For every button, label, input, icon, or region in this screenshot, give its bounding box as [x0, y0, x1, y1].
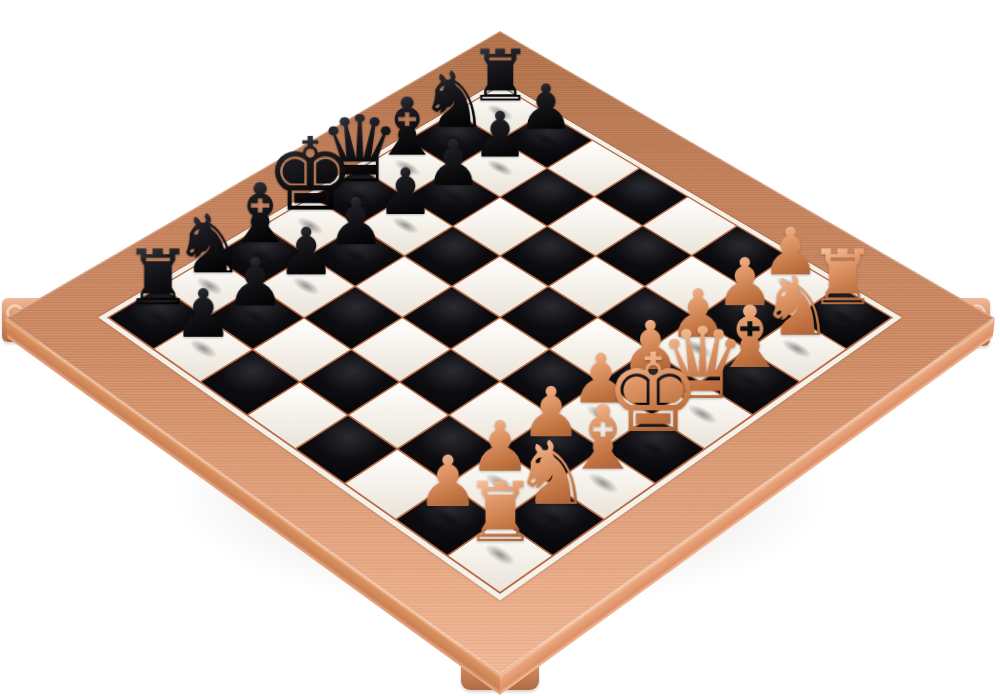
white-rook-glyph: ♜ [435, 472, 565, 554]
square-f4[interactable] [401, 350, 498, 414]
scene: ♜♟♟♜♞♟♟♞♝♟♟♝♛♟♟♛♚♟♟♚♝♟♟♝♞♟♟♞♜♟♟♜ [0, 0, 1000, 696]
black-pawn-glyph: ♟ [142, 281, 263, 348]
